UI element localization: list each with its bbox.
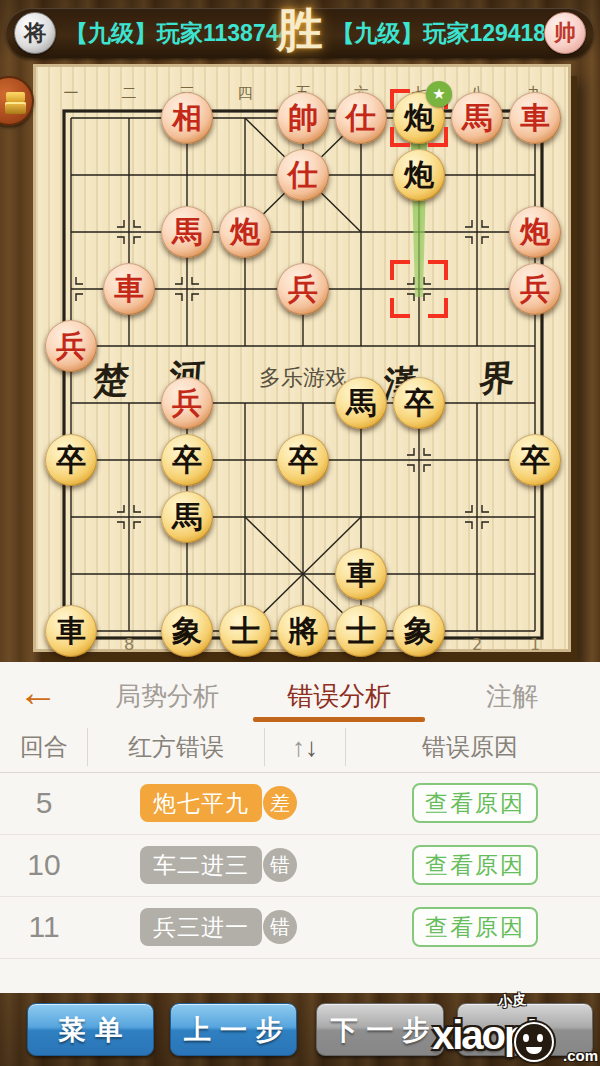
treasure-chest-button[interactable]: [0, 76, 34, 126]
piece-red-車[interactable]: 車: [103, 263, 155, 315]
view-reason-button[interactable]: 查看原因: [412, 907, 538, 947]
red-player-avatar[interactable]: 帅: [544, 12, 586, 54]
piece-black-卒[interactable]: 卒: [45, 434, 97, 486]
watermark-suffix: .com: [563, 1047, 598, 1064]
piece-black-車[interactable]: 車: [45, 605, 97, 657]
grade-badge: 错: [263, 910, 297, 944]
menu-button[interactable]: 菜单: [27, 1003, 154, 1056]
panda-face-icon: [516, 1024, 552, 1060]
tab-2[interactable]: 注解: [486, 679, 538, 714]
view-reason-button[interactable]: 查看原因: [412, 783, 538, 823]
error-row: 11 兵三进一 错 查看原因: [0, 896, 600, 959]
prev-step-button[interactable]: 上一步: [170, 1003, 297, 1056]
piece-red-兵[interactable]: 兵: [277, 263, 329, 315]
piece-red-炮[interactable]: 炮: [509, 206, 561, 258]
col-header-round: 回合: [20, 731, 68, 763]
river-watermark: 多乐游戏: [259, 363, 347, 393]
top-coord-label: 四: [238, 84, 253, 103]
top-coord-label: 二: [122, 84, 137, 103]
piece-red-仕[interactable]: 仕: [335, 92, 387, 144]
piece-red-馬[interactable]: 馬: [161, 206, 213, 258]
result-badge: 胜: [277, 0, 323, 62]
xiangqi-board[interactable]: 一二三四五六七八九987654321 楚 河 多乐游戏 漢 界 相帥仕炮馬車仕炮…: [33, 64, 571, 652]
col-header-reason: 错误原因: [422, 731, 518, 763]
piece-black-象[interactable]: 象: [393, 605, 445, 657]
piece-red-兵[interactable]: 兵: [509, 263, 561, 315]
error-row: 10 车二进三 错 查看原因: [0, 834, 600, 897]
grade-badge: 差: [263, 786, 297, 820]
red-player-icon: 帅: [554, 18, 576, 48]
bottom-coord-label: 2: [472, 635, 482, 654]
last-move-star-icon: ★: [426, 81, 452, 107]
piece-black-卒[interactable]: 卒: [161, 434, 213, 486]
round-number: 5: [36, 786, 53, 820]
move-pill[interactable]: 车二进三: [140, 846, 262, 884]
piece-red-炮[interactable]: 炮: [219, 206, 271, 258]
piece-red-車[interactable]: 車: [509, 92, 561, 144]
analysis-panel: ← 局势分析错误分析注解 回合 红方错误 ↑↓ 错误原因 5 炮七平九 差 查看…: [0, 662, 600, 993]
tab-0[interactable]: 局势分析: [115, 679, 219, 714]
red-player-name: 【九级】玩家1294187..: [331, 18, 544, 49]
move-pill[interactable]: 兵三进一: [140, 908, 262, 946]
piece-black-卒[interactable]: 卒: [509, 434, 561, 486]
piece-black-士[interactable]: 士: [335, 605, 387, 657]
bottom-coord-label: 1: [530, 635, 540, 654]
xiaopi-watermark: 小皮 xiaopi .com: [432, 992, 598, 1064]
piece-red-仕[interactable]: 仕: [277, 149, 329, 201]
back-arrow-icon[interactable]: ←: [18, 672, 58, 712]
piece-black-將[interactable]: 將: [277, 605, 329, 657]
watermark-mini-label: 小皮: [497, 991, 527, 1012]
piece-red-相[interactable]: 相: [161, 92, 213, 144]
tab-1[interactable]: 错误分析: [287, 679, 391, 714]
error-row: 5 炮七平九 差 查看原因: [0, 772, 600, 835]
piece-red-兵[interactable]: 兵: [161, 377, 213, 429]
next-step-button[interactable]: 下一步: [316, 1003, 444, 1056]
piece-black-卒[interactable]: 卒: [393, 377, 445, 429]
view-reason-button[interactable]: 查看原因: [412, 845, 538, 885]
piece-black-象[interactable]: 象: [161, 605, 213, 657]
col-header-move: 红方错误: [128, 731, 224, 763]
error-table-header: 回合 红方错误 ↑↓ 错误原因: [0, 722, 600, 773]
piece-black-車[interactable]: 車: [335, 548, 387, 600]
round-number: 10: [27, 848, 60, 882]
piece-red-兵[interactable]: 兵: [45, 320, 97, 372]
sort-icon[interactable]: ↑↓: [292, 732, 318, 763]
piece-red-馬[interactable]: 馬: [451, 92, 503, 144]
bottom-coord-label: 8: [124, 635, 134, 654]
piece-black-炮[interactable]: 炮: [393, 149, 445, 201]
piece-black-士[interactable]: 士: [219, 605, 271, 657]
piece-black-馬[interactable]: 馬: [161, 491, 213, 543]
piece-red-帥[interactable]: 帥: [277, 92, 329, 144]
app-screen: 将 【九级】玩家1138744.. 【九级】玩家1294187.. 帅 胜 一二…: [0, 0, 600, 1066]
black-player-name: 【九级】玩家1138744..: [65, 18, 285, 49]
piece-black-馬[interactable]: 馬: [335, 377, 387, 429]
move-pill[interactable]: 炮七平九: [140, 784, 262, 822]
top-coord-label: 一: [64, 84, 79, 103]
black-player-avatar[interactable]: 将: [14, 12, 56, 54]
grade-badge: 错: [263, 848, 297, 882]
piece-black-卒[interactable]: 卒: [277, 434, 329, 486]
chest-icon: [6, 92, 25, 102]
round-number: 11: [28, 910, 59, 944]
black-player-icon: 将: [24, 18, 46, 48]
